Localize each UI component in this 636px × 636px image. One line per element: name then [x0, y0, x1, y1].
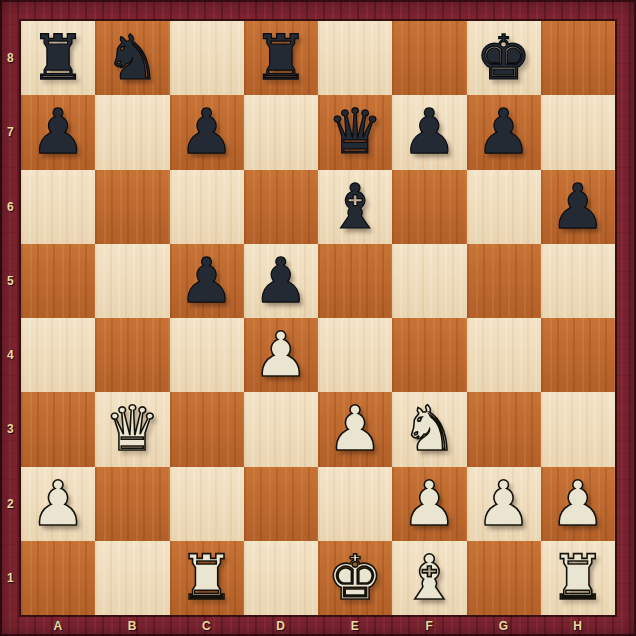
square-f2[interactable]: ♟ — [392, 467, 466, 541]
square-g3[interactable] — [467, 392, 541, 466]
square-b8[interactable]: ♞ — [95, 21, 169, 95]
square-c7[interactable]: ♟ — [170, 95, 244, 169]
piece-white-knight[interactable]: ♞ — [402, 398, 458, 460]
square-d6[interactable] — [244, 170, 318, 244]
square-e5[interactable] — [318, 244, 392, 318]
square-f3[interactable]: ♞ — [392, 392, 466, 466]
square-g6[interactable] — [467, 170, 541, 244]
rank-label-2: 2 — [0, 467, 21, 541]
square-e8[interactable] — [318, 21, 392, 95]
piece-white-pawn[interactable]: ♟ — [327, 398, 383, 460]
square-d8[interactable]: ♜ — [244, 21, 318, 95]
square-d5[interactable]: ♟ — [244, 244, 318, 318]
square-g7[interactable]: ♟ — [467, 95, 541, 169]
square-c1[interactable]: ♜ — [170, 541, 244, 615]
rank-label-6: 6 — [0, 170, 21, 244]
square-e2[interactable] — [318, 467, 392, 541]
square-a5[interactable] — [21, 244, 95, 318]
square-b3[interactable]: ♛ — [95, 392, 169, 466]
file-label-a: A — [21, 615, 95, 636]
square-f5[interactable] — [392, 244, 466, 318]
rank-label-7: 7 — [0, 95, 21, 169]
piece-black-pawn[interactable]: ♟ — [550, 176, 606, 238]
file-label-f: F — [392, 615, 466, 636]
piece-white-pawn[interactable]: ♟ — [402, 473, 458, 535]
piece-black-knight[interactable]: ♞ — [105, 27, 161, 89]
piece-black-rook[interactable]: ♜ — [30, 27, 86, 89]
square-c8[interactable] — [170, 21, 244, 95]
piece-white-rook[interactable]: ♜ — [179, 547, 235, 609]
square-c6[interactable] — [170, 170, 244, 244]
file-label-g: G — [467, 615, 541, 636]
piece-black-queen[interactable]: ♛ — [327, 101, 383, 163]
square-h4[interactable] — [541, 318, 615, 392]
square-e6[interactable]: ♝ — [318, 170, 392, 244]
file-label-h: H — [541, 615, 615, 636]
square-a6[interactable] — [21, 170, 95, 244]
square-f7[interactable]: ♟ — [392, 95, 466, 169]
chess-board: ♜♞♜♚♟♟♛♟♟♝♟♟♟♟♛♟♞♟♟♟♟♜♚♝♜ — [21, 21, 615, 615]
square-h5[interactable] — [541, 244, 615, 318]
square-a4[interactable] — [21, 318, 95, 392]
board-frame: 87654321 ABCDEFGH ♜♞♜♚♟♟♛♟♟♝♟♟♟♟♛♟♞♟♟♟♟♜… — [0, 0, 636, 636]
square-h3[interactable] — [541, 392, 615, 466]
square-e1[interactable]: ♚ — [318, 541, 392, 615]
piece-black-pawn[interactable]: ♟ — [476, 101, 532, 163]
rank-label-1: 1 — [0, 541, 21, 615]
rank-label-3: 3 — [0, 392, 21, 466]
piece-black-pawn[interactable]: ♟ — [179, 250, 235, 312]
file-label-b: B — [95, 615, 169, 636]
square-b7[interactable] — [95, 95, 169, 169]
square-b4[interactable] — [95, 318, 169, 392]
square-e3[interactable]: ♟ — [318, 392, 392, 466]
piece-black-pawn[interactable]: ♟ — [179, 101, 235, 163]
square-h7[interactable] — [541, 95, 615, 169]
square-f4[interactable] — [392, 318, 466, 392]
piece-black-pawn[interactable]: ♟ — [30, 101, 86, 163]
square-h1[interactable]: ♜ — [541, 541, 615, 615]
square-g4[interactable] — [467, 318, 541, 392]
file-labels: ABCDEFGH — [21, 615, 615, 636]
square-d4[interactable]: ♟ — [244, 318, 318, 392]
square-f1[interactable]: ♝ — [392, 541, 466, 615]
square-a2[interactable]: ♟ — [21, 467, 95, 541]
square-d3[interactable] — [244, 392, 318, 466]
square-g2[interactable]: ♟ — [467, 467, 541, 541]
square-d7[interactable] — [244, 95, 318, 169]
square-c5[interactable]: ♟ — [170, 244, 244, 318]
square-e4[interactable] — [318, 318, 392, 392]
piece-white-bishop[interactable]: ♝ — [402, 547, 458, 609]
square-d1[interactable] — [244, 541, 318, 615]
piece-black-rook[interactable]: ♜ — [253, 27, 309, 89]
square-f8[interactable] — [392, 21, 466, 95]
square-h8[interactable] — [541, 21, 615, 95]
rank-label-4: 4 — [0, 318, 21, 392]
square-c2[interactable] — [170, 467, 244, 541]
piece-black-bishop[interactable]: ♝ — [327, 176, 383, 238]
piece-white-pawn[interactable]: ♟ — [550, 473, 606, 535]
file-label-d: D — [244, 615, 318, 636]
piece-black-pawn[interactable]: ♟ — [253, 250, 309, 312]
rank-label-5: 5 — [0, 244, 21, 318]
square-b2[interactable] — [95, 467, 169, 541]
square-c3[interactable] — [170, 392, 244, 466]
rank-labels: 87654321 — [0, 21, 21, 615]
square-d2[interactable] — [244, 467, 318, 541]
file-label-e: E — [318, 615, 392, 636]
square-g5[interactable] — [467, 244, 541, 318]
square-e7[interactable]: ♛ — [318, 95, 392, 169]
piece-white-pawn[interactable]: ♟ — [30, 473, 86, 535]
square-g1[interactable] — [467, 541, 541, 615]
piece-black-king[interactable]: ♚ — [476, 27, 532, 89]
square-a1[interactable] — [21, 541, 95, 615]
square-b6[interactable] — [95, 170, 169, 244]
piece-white-pawn[interactable]: ♟ — [476, 473, 532, 535]
square-a3[interactable] — [21, 392, 95, 466]
piece-white-king[interactable]: ♚ — [327, 547, 383, 609]
piece-white-pawn[interactable]: ♟ — [253, 324, 309, 386]
square-b1[interactable] — [95, 541, 169, 615]
square-f6[interactable] — [392, 170, 466, 244]
square-h6[interactable]: ♟ — [541, 170, 615, 244]
square-b5[interactable] — [95, 244, 169, 318]
square-h2[interactable]: ♟ — [541, 467, 615, 541]
square-c4[interactable] — [170, 318, 244, 392]
rank-label-8: 8 — [0, 21, 21, 95]
square-a8[interactable]: ♜ — [21, 21, 95, 95]
square-g8[interactable]: ♚ — [467, 21, 541, 95]
piece-white-rook[interactable]: ♜ — [550, 547, 606, 609]
piece-white-queen[interactable]: ♛ — [105, 398, 161, 460]
square-a7[interactable]: ♟ — [21, 95, 95, 169]
file-label-c: C — [170, 615, 244, 636]
piece-black-pawn[interactable]: ♟ — [402, 101, 458, 163]
